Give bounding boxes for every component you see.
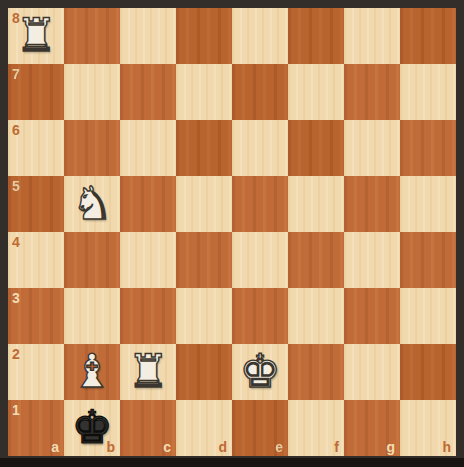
square-c7[interactable] [120,64,176,120]
white-rook[interactable]: ♜ [120,344,176,400]
square-h1[interactable]: h [400,400,456,456]
rank-label-2: 2 [12,347,20,361]
square-c4[interactable] [120,232,176,288]
white-bishop[interactable]: ♝ [64,344,120,400]
square-g5[interactable] [344,176,400,232]
square-a5[interactable]: 5 [8,176,64,232]
square-a3[interactable]: 3 [8,288,64,344]
square-g7[interactable] [344,64,400,120]
square-f6[interactable] [288,120,344,176]
square-a1[interactable]: 1a [8,400,64,456]
square-e8[interactable] [232,8,288,64]
square-e2[interactable]: ♚ [232,344,288,400]
square-d7[interactable] [176,64,232,120]
chess-board: 8♜765♞432♝♜♚1ab♚cdefgh [8,8,456,456]
square-b8[interactable] [64,8,120,64]
rank-label-1: 1 [12,403,20,417]
square-h6[interactable] [400,120,456,176]
rank-label-3: 3 [12,291,20,305]
rank-label-6: 6 [12,123,20,137]
square-h8[interactable] [400,8,456,64]
square-c5[interactable] [120,176,176,232]
square-b5[interactable]: ♞ [64,176,120,232]
white-king[interactable]: ♚ [232,344,288,400]
square-f5[interactable] [288,176,344,232]
square-h5[interactable] [400,176,456,232]
square-a6[interactable]: 6 [8,120,64,176]
square-d8[interactable] [176,8,232,64]
square-h7[interactable] [400,64,456,120]
rank-label-4: 4 [12,235,20,249]
square-c1[interactable]: c [120,400,176,456]
square-g2[interactable] [344,344,400,400]
square-d2[interactable] [176,344,232,400]
file-label-c: c [163,440,171,454]
file-label-a: a [51,440,59,454]
rank-label-5: 5 [12,179,20,193]
chess-app: { "game": "chess", "position": { "fen": … [0,0,464,467]
board-bottom-edge [0,458,464,467]
white-knight[interactable]: ♞ [64,176,120,232]
square-e5[interactable] [232,176,288,232]
square-a2[interactable]: 2 [8,344,64,400]
square-f3[interactable] [288,288,344,344]
file-label-g: g [386,440,395,454]
square-e7[interactable] [232,64,288,120]
square-f7[interactable] [288,64,344,120]
square-a4[interactable]: 4 [8,232,64,288]
square-g1[interactable]: g [344,400,400,456]
square-g3[interactable] [344,288,400,344]
square-g8[interactable] [344,8,400,64]
square-g6[interactable] [344,120,400,176]
square-f8[interactable] [288,8,344,64]
file-label-d: d [218,440,227,454]
square-c6[interactable] [120,120,176,176]
black-king[interactable]: ♚ [64,400,120,456]
square-b4[interactable] [64,232,120,288]
square-e6[interactable] [232,120,288,176]
square-e4[interactable] [232,232,288,288]
white-rook[interactable]: ♜ [8,8,64,64]
square-a8[interactable]: 8♜ [8,8,64,64]
rank-label-7: 7 [12,67,20,81]
square-e1[interactable]: e [232,400,288,456]
square-e3[interactable] [232,288,288,344]
square-b7[interactable] [64,64,120,120]
square-d1[interactable]: d [176,400,232,456]
file-label-f: f [334,440,339,454]
square-c8[interactable] [120,8,176,64]
file-label-e: e [275,440,283,454]
square-f2[interactable] [288,344,344,400]
square-d4[interactable] [176,232,232,288]
square-c2[interactable]: ♜ [120,344,176,400]
square-f1[interactable]: f [288,400,344,456]
square-d3[interactable] [176,288,232,344]
square-h3[interactable] [400,288,456,344]
square-b3[interactable] [64,288,120,344]
square-d5[interactable] [176,176,232,232]
square-h4[interactable] [400,232,456,288]
square-c3[interactable] [120,288,176,344]
square-f4[interactable] [288,232,344,288]
square-g4[interactable] [344,232,400,288]
square-b1[interactable]: b♚ [64,400,120,456]
file-label-h: h [442,440,451,454]
square-h2[interactable] [400,344,456,400]
square-d6[interactable] [176,120,232,176]
square-b6[interactable] [64,120,120,176]
square-a7[interactable]: 7 [8,64,64,120]
square-b2[interactable]: ♝ [64,344,120,400]
